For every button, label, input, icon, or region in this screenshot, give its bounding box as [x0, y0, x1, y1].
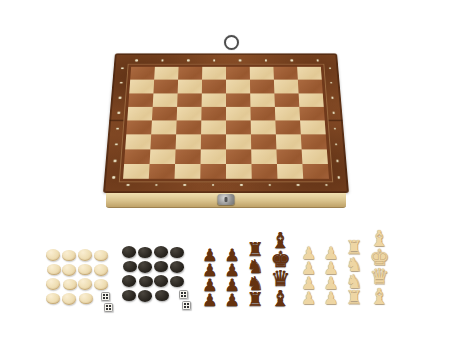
- board-square: [302, 149, 328, 164]
- board-square: [226, 120, 251, 134]
- pin-icon: [329, 67, 331, 69]
- board-square: [175, 149, 201, 164]
- board-square: [276, 135, 302, 149]
- pin-icon: [336, 160, 339, 162]
- board-square: [128, 93, 153, 107]
- black-checker-disc: [139, 276, 153, 288]
- black-checker-disc: [154, 246, 168, 258]
- white-checker-disc: [78, 278, 92, 290]
- board-square: [274, 80, 299, 93]
- board-square: [124, 149, 150, 164]
- board-square: [273, 67, 297, 80]
- black-checker-disc: [138, 247, 152, 259]
- black-checker-disc: [138, 290, 152, 302]
- light-chess-piece: ♟: [301, 291, 316, 306]
- pin-icon: [112, 176, 115, 178]
- dark-chessmen-column: ♝♚♛♝: [271, 231, 291, 308]
- pin-icon: [113, 160, 116, 162]
- board-square: [251, 149, 277, 164]
- board-square: [275, 107, 300, 121]
- pin-icon: [155, 184, 158, 186]
- pin-icon: [331, 97, 333, 99]
- die-icon: [104, 303, 113, 312]
- board-square: [176, 135, 201, 149]
- board-square: [276, 149, 302, 164]
- pin-icon: [161, 59, 163, 61]
- metal-clasp-icon: [218, 194, 235, 205]
- black-checker-disc: [170, 261, 184, 273]
- dark-chessmen-column: ♟♟♟♟: [202, 248, 217, 308]
- black-checker-disc: [155, 290, 169, 302]
- board-square: [153, 93, 178, 107]
- board-square: [299, 107, 324, 121]
- box-front-panel: [106, 193, 346, 208]
- board-square: [298, 80, 323, 93]
- pin-icon: [119, 97, 121, 99]
- pin-icon: [240, 184, 243, 186]
- board-square: [129, 80, 154, 93]
- light-chess-piece: ♟: [323, 291, 338, 306]
- light-chess-piece: ♜: [346, 289, 363, 306]
- board-square: [177, 93, 202, 107]
- dark-chess-piece: ♝: [271, 289, 291, 308]
- pin-icon: [330, 82, 332, 84]
- board-square: [200, 164, 226, 179]
- die-icon: [182, 301, 191, 310]
- board-square: [226, 67, 250, 80]
- dark-chess-piece: ♟: [202, 293, 217, 308]
- die-icon: [179, 290, 188, 299]
- white-checkers-group: [46, 249, 108, 305]
- board-square: [202, 80, 226, 93]
- board-square: [226, 164, 252, 179]
- pin-icon: [337, 176, 340, 178]
- white-checker-disc: [46, 293, 60, 305]
- pin-icon: [291, 59, 293, 61]
- dark-chess-piece: ♟: [224, 293, 239, 308]
- board-square: [300, 120, 326, 134]
- board-square: [301, 135, 327, 149]
- board-square: [250, 67, 274, 80]
- white-checker-disc: [46, 278, 60, 290]
- board-square: [153, 80, 178, 93]
- board-square: [297, 67, 322, 80]
- pin-icon: [183, 184, 186, 186]
- pin-icon: [127, 184, 130, 186]
- dark-chessmen-group: ♟♟♟♟♟♟♟♟♜♞♞♜♝♚♛♝: [202, 216, 290, 308]
- product-photo-stage: ♟♟♟♟♟♟♟♟♜♞♞♜♝♚♛♝ ♟♟♟♟♟♟♟♟♜♞♞♜♝♚♛♝: [0, 0, 450, 338]
- black-checker-disc: [122, 246, 136, 258]
- white-checker-disc: [78, 249, 92, 261]
- black-checker-disc: [122, 275, 136, 287]
- black-checker-disc: [122, 290, 136, 302]
- pin-icon: [213, 59, 215, 61]
- board-square: [126, 120, 152, 134]
- board-square: [130, 67, 155, 80]
- pin-icon: [332, 112, 335, 114]
- dice-pair-by-white-checkers: [101, 292, 113, 312]
- board-square: [125, 135, 151, 149]
- pin-icon: [297, 184, 300, 186]
- board-square: [152, 107, 177, 121]
- dice-pair-by-black-checkers: [179, 290, 191, 310]
- board-square: [251, 120, 276, 134]
- board-square: [176, 120, 201, 134]
- white-checker-disc: [47, 264, 61, 276]
- pin-icon: [121, 67, 123, 69]
- board-square: [127, 107, 152, 121]
- board-square: [250, 107, 275, 121]
- black-checker-disc: [154, 261, 168, 273]
- white-checker-disc: [79, 293, 93, 305]
- pin-icon: [187, 59, 189, 61]
- black-checkers-group: [122, 246, 184, 302]
- board-square: [201, 135, 226, 149]
- pin-icon: [316, 59, 318, 61]
- pin-icon: [212, 184, 215, 186]
- board-square: [202, 67, 226, 80]
- folded-chessboard-box: [103, 21, 349, 193]
- pin-icon: [116, 127, 119, 129]
- board-square: [150, 135, 176, 149]
- board-square: [202, 93, 226, 107]
- white-checker-disc: [62, 293, 76, 305]
- board-square: [154, 67, 178, 80]
- white-checker-disc: [94, 250, 108, 262]
- pin-icon: [333, 127, 336, 129]
- pin-icon: [268, 184, 271, 186]
- board-square: [201, 149, 226, 164]
- board-square: [226, 135, 251, 149]
- board-square: [201, 107, 226, 121]
- black-checker-disc: [154, 275, 168, 287]
- light-chessmen-column: ♟♟♟♟: [301, 246, 316, 306]
- board-square: [178, 67, 202, 80]
- board-square: [299, 93, 324, 107]
- board-square: [277, 164, 303, 179]
- black-checker-disc: [138, 261, 152, 273]
- board-square: [302, 164, 329, 179]
- light-chessmen-column: ♝♚♛♝: [370, 229, 390, 306]
- board-square: [201, 120, 226, 134]
- board-square: [250, 93, 275, 107]
- board-square: [175, 164, 201, 179]
- pin-icon: [117, 112, 120, 114]
- board-square: [274, 93, 299, 107]
- dark-chessmen-column: ♟♟♟♟: [224, 248, 239, 308]
- board-square: [275, 120, 300, 134]
- white-checker-disc: [78, 264, 92, 276]
- board-square: [226, 93, 250, 107]
- board-square: [226, 107, 251, 121]
- board-square: [226, 80, 250, 93]
- board-top-face: [103, 53, 349, 193]
- black-checker-disc: [123, 261, 137, 273]
- white-checker-disc: [94, 264, 108, 276]
- pin-icon: [135, 59, 137, 61]
- board-square: [250, 80, 274, 93]
- black-checker-disc: [170, 247, 184, 259]
- pin-icon: [335, 143, 338, 145]
- light-chessmen-group: ♟♟♟♟♟♟♟♟♜♞♞♜♝♚♛♝: [301, 214, 389, 306]
- light-chessmen-column: ♜♞♞♜: [346, 239, 363, 306]
- white-checker-disc: [46, 249, 60, 261]
- pin-icon: [120, 82, 122, 84]
- board-frame: [103, 53, 349, 193]
- dark-chess-piece: ♜: [247, 291, 264, 308]
- white-checker-disc: [62, 264, 76, 276]
- black-checker-disc: [170, 276, 184, 288]
- die-icon: [101, 292, 110, 301]
- dark-chessmen-column: ♜♞♞♜: [247, 241, 264, 308]
- board-square: [123, 164, 150, 179]
- board-square: [151, 120, 176, 134]
- board-square: [226, 149, 251, 164]
- light-chessmen-column: ♟♟♟♟: [323, 246, 338, 306]
- chess-board-grid: [120, 65, 332, 182]
- pin-icon: [239, 59, 241, 61]
- board-square: [251, 135, 276, 149]
- board-square: [150, 149, 176, 164]
- board-square: [178, 80, 202, 93]
- board-square: [149, 164, 175, 179]
- white-checker-disc: [94, 279, 108, 291]
- light-chess-piece: ♝: [370, 287, 390, 306]
- board-square: [251, 164, 277, 179]
- pin-icon: [325, 184, 328, 186]
- white-checker-disc: [62, 250, 76, 262]
- pin-icon: [115, 143, 118, 145]
- pin-icon: [265, 59, 267, 61]
- board-square: [177, 107, 202, 121]
- white-checker-disc: [63, 279, 77, 291]
